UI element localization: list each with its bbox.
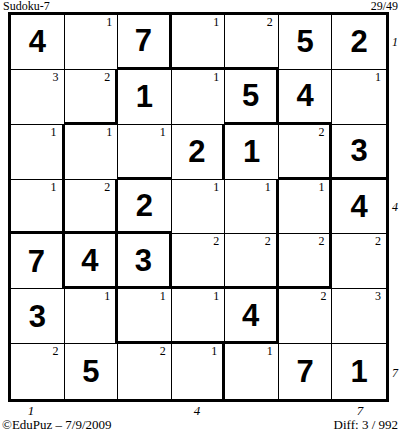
corner-mark: 1 bbox=[211, 345, 217, 358]
cell-r7c5[interactable]: 1 bbox=[225, 344, 279, 399]
corner-mark: 3 bbox=[375, 290, 381, 303]
cell-r1c6[interactable]: 5 bbox=[279, 15, 333, 70]
cell-r5c2[interactable]: 4 bbox=[65, 234, 119, 289]
corner-mark: 1 bbox=[106, 16, 112, 29]
cell-r3c6[interactable]: 2 bbox=[279, 125, 333, 180]
corner-mark: 1 bbox=[51, 181, 57, 194]
given-digit: 7 bbox=[28, 246, 45, 277]
cell-r3c2[interactable]: 1 bbox=[65, 125, 119, 180]
corner-mark: 2 bbox=[213, 235, 219, 248]
cell-r6c6[interactable]: 2 bbox=[279, 289, 333, 344]
corner-mark: 1 bbox=[265, 181, 271, 194]
corner-mark: 2 bbox=[160, 345, 166, 358]
given-digit: 2 bbox=[136, 190, 153, 221]
corner-mark: 1 bbox=[213, 290, 219, 303]
corner-mark: 1 bbox=[160, 290, 166, 303]
corner-mark: 1 bbox=[267, 345, 273, 358]
cell-r7c3[interactable]: 2 bbox=[118, 344, 172, 399]
cell-r5c7[interactable]: 2 bbox=[332, 234, 386, 289]
corner-mark: 2 bbox=[318, 235, 324, 248]
given-digit: 4 bbox=[297, 80, 314, 111]
given-digit: 1 bbox=[136, 81, 153, 112]
given-digit: 5 bbox=[82, 356, 99, 387]
row-label-4: 4 bbox=[392, 200, 402, 215]
corner-mark: 2 bbox=[53, 345, 59, 358]
cell-r4c4[interactable]: 1 bbox=[172, 180, 226, 235]
given-digit: 7 bbox=[297, 356, 314, 387]
cell-r3c5[interactable]: 1 bbox=[225, 125, 279, 180]
row-label-7: 7 bbox=[392, 366, 402, 381]
cell-r5c1[interactable]: 7 bbox=[11, 234, 65, 289]
corner-mark: 2 bbox=[320, 290, 326, 303]
given-digit: 4 bbox=[81, 245, 98, 276]
cell-r1c5[interactable]: 2 bbox=[225, 15, 279, 70]
sudoku-board: 4171252321154111121231221114743222231114… bbox=[8, 12, 389, 402]
given-digit: 3 bbox=[351, 135, 368, 166]
cell-r3c1[interactable]: 1 bbox=[11, 125, 65, 180]
cell-r7c7[interactable]: 1 bbox=[332, 344, 386, 399]
cell-r2c5[interactable]: 5 bbox=[225, 70, 279, 125]
corner-mark: 3 bbox=[53, 71, 59, 84]
cell-r4c7[interactable]: 4 bbox=[332, 180, 386, 235]
cell-r2c3[interactable]: 1 bbox=[118, 70, 172, 125]
given-digit: 3 bbox=[29, 301, 46, 332]
corner-mark: 2 bbox=[104, 181, 110, 194]
cell-r1c1[interactable]: 4 bbox=[11, 15, 65, 70]
cell-r7c6[interactable]: 7 bbox=[279, 344, 333, 399]
cell-r1c3[interactable]: 7 bbox=[118, 15, 172, 70]
cell-r2c2[interactable]: 2 bbox=[65, 70, 119, 125]
cell-r5c3[interactable]: 3 bbox=[118, 234, 172, 289]
cell-r5c5[interactable]: 2 bbox=[225, 234, 279, 289]
corner-mark: 2 bbox=[104, 71, 110, 84]
cell-r6c5[interactable]: 4 bbox=[225, 289, 279, 344]
corner-mark: 2 bbox=[375, 235, 381, 248]
given-digit: 3 bbox=[135, 245, 152, 276]
cell-r3c7[interactable]: 3 bbox=[332, 125, 386, 180]
copyright-text: ©EduPuz – 7/9/2009 bbox=[2, 418, 112, 432]
cell-r2c4[interactable]: 1 bbox=[172, 70, 226, 125]
cell-r7c1[interactable]: 2 bbox=[11, 344, 65, 399]
corner-mark: 1 bbox=[106, 126, 112, 139]
corner-mark: 1 bbox=[375, 71, 381, 84]
cell-r6c4[interactable]: 1 bbox=[172, 289, 226, 344]
given-digit: 2 bbox=[188, 136, 205, 167]
given-digit: 5 bbox=[297, 26, 314, 57]
corner-mark: 1 bbox=[318, 181, 324, 194]
given-digit: 4 bbox=[242, 300, 259, 331]
cell-r3c3[interactable]: 1 bbox=[118, 125, 172, 180]
cell-r5c4[interactable]: 2 bbox=[172, 234, 226, 289]
cell-r3c4[interactable]: 2 bbox=[172, 125, 226, 180]
puzzle-page: Sudoku-7 29/49 4171252321154111121231221… bbox=[0, 0, 402, 436]
cell-r4c5[interactable]: 1 bbox=[225, 180, 279, 235]
corner-mark: 1 bbox=[104, 290, 110, 303]
given-digit: 2 bbox=[351, 26, 368, 57]
corner-mark: 1 bbox=[213, 16, 219, 29]
difficulty-text: Diff: 3 / 992 bbox=[334, 418, 398, 432]
cell-r4c3[interactable]: 2 bbox=[118, 180, 172, 235]
given-digit: 1 bbox=[243, 136, 260, 167]
cell-r7c4[interactable]: 1 bbox=[172, 344, 226, 399]
corner-mark: 2 bbox=[265, 235, 271, 248]
cell-r6c1[interactable]: 3 bbox=[11, 289, 65, 344]
given-digit: 4 bbox=[29, 26, 46, 57]
col-label-4: 4 bbox=[187, 403, 207, 419]
corner-mark: 2 bbox=[267, 16, 273, 29]
corner-mark: 2 bbox=[318, 126, 324, 139]
cell-r4c1[interactable]: 1 bbox=[11, 180, 65, 235]
corner-mark: 1 bbox=[51, 126, 57, 139]
cell-r6c7[interactable]: 3 bbox=[332, 289, 386, 344]
given-digit: 5 bbox=[242, 80, 259, 111]
row-label-1: 1 bbox=[392, 35, 402, 50]
corner-mark: 1 bbox=[160, 126, 166, 139]
given-digit: 1 bbox=[351, 356, 368, 387]
cell-r2c6[interactable]: 4 bbox=[279, 70, 333, 125]
cell-r7c2[interactable]: 5 bbox=[65, 344, 119, 399]
corner-mark: 1 bbox=[213, 71, 219, 84]
cell-r2c7[interactable]: 1 bbox=[332, 70, 386, 125]
cell-r4c2[interactable]: 2 bbox=[65, 180, 119, 235]
cell-r1c4[interactable]: 1 bbox=[172, 15, 226, 70]
cell-r1c7[interactable]: 2 bbox=[332, 15, 386, 70]
cell-r5c6[interactable]: 2 bbox=[279, 234, 333, 289]
cell-r4c6[interactable]: 1 bbox=[279, 180, 333, 235]
cell-r6c2[interactable]: 1 bbox=[65, 289, 119, 344]
given-digit: 7 bbox=[135, 25, 152, 56]
cell-r1c2[interactable]: 1 bbox=[65, 15, 119, 70]
cell-r2c1[interactable]: 3 bbox=[11, 70, 65, 125]
corner-mark: 1 bbox=[213, 181, 219, 194]
cell-r6c3[interactable]: 1 bbox=[118, 289, 172, 344]
given-digit: 4 bbox=[351, 191, 368, 222]
